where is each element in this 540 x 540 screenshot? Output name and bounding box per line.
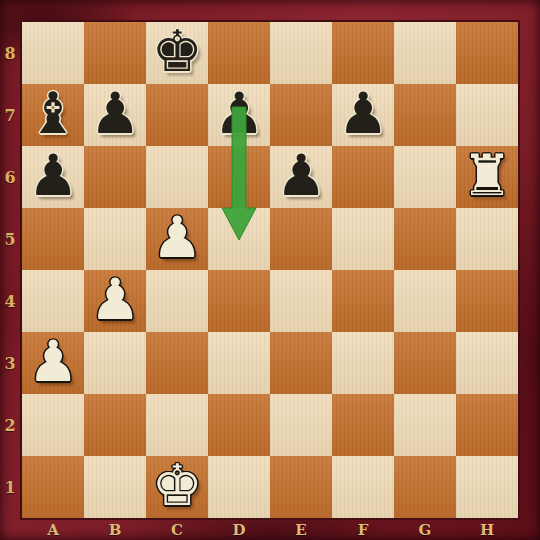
square-c8[interactable]: ♚ [146,22,208,84]
square-c4[interactable] [146,270,208,332]
square-f2[interactable] [332,394,394,456]
rank-label-8: 8 [0,22,20,84]
black-pawn-f7[interactable]: ♟ [332,82,394,144]
white-pawn-b4[interactable]: ♟ [84,268,146,330]
square-g8[interactable] [394,22,456,84]
black-pawn-d7[interactable]: ♟ [208,82,270,144]
square-g3[interactable] [394,332,456,394]
square-f4[interactable] [332,270,394,332]
white-king-c1[interactable]: ♚ [146,454,208,516]
chess-board: ♚♝♟♟♟♟♟♜♟♟♟♚ [22,22,518,518]
square-b2[interactable] [84,394,146,456]
square-h4[interactable] [456,270,518,332]
black-bishop-a7[interactable]: ♝ [22,82,84,144]
square-g2[interactable] [394,394,456,456]
square-e8[interactable] [270,22,332,84]
square-h6[interactable]: ♜ [456,146,518,208]
rank-label-2: 2 [0,394,20,456]
square-d5[interactable] [208,208,270,270]
square-e7[interactable] [270,84,332,146]
rank-label-7: 7 [0,84,20,146]
rank-label-5: 5 [0,208,20,270]
square-g1[interactable] [394,456,456,518]
square-d4[interactable] [208,270,270,332]
square-e1[interactable] [270,456,332,518]
black-pawn-b7[interactable]: ♟ [84,82,146,144]
square-d3[interactable] [208,332,270,394]
black-pawn-e6[interactable]: ♟ [270,144,332,206]
white-rook-h6[interactable]: ♜ [456,144,518,206]
square-h7[interactable] [456,84,518,146]
square-h5[interactable] [456,208,518,270]
white-pawn-c5[interactable]: ♟ [146,206,208,268]
chess-board-frame: ♚♝♟♟♟♟♟♜♟♟♟♚ 87654321ABCDEFGH [0,0,540,540]
square-a7[interactable]: ♝ [22,84,84,146]
file-label-f: F [332,519,394,540]
square-h8[interactable] [456,22,518,84]
square-f5[interactable] [332,208,394,270]
square-e5[interactable] [270,208,332,270]
white-pawn-a3[interactable]: ♟ [22,330,84,392]
square-f6[interactable] [332,146,394,208]
square-c2[interactable] [146,394,208,456]
square-c3[interactable] [146,332,208,394]
square-e6[interactable]: ♟ [270,146,332,208]
square-g4[interactable] [394,270,456,332]
file-label-d: D [208,519,270,540]
black-pawn-a6[interactable]: ♟ [22,144,84,206]
file-label-b: B [84,519,146,540]
square-a2[interactable] [22,394,84,456]
file-label-h: H [456,519,518,540]
square-b3[interactable] [84,332,146,394]
square-d6[interactable] [208,146,270,208]
square-e4[interactable] [270,270,332,332]
rank-label-4: 4 [0,270,20,332]
square-f7[interactable]: ♟ [332,84,394,146]
rank-label-6: 6 [0,146,20,208]
file-label-e: E [270,519,332,540]
square-b6[interactable] [84,146,146,208]
square-a1[interactable] [22,456,84,518]
square-a5[interactable] [22,208,84,270]
square-b4[interactable]: ♟ [84,270,146,332]
square-g7[interactable] [394,84,456,146]
square-h1[interactable] [456,456,518,518]
file-label-g: G [394,519,456,540]
file-label-a: A [22,519,84,540]
square-a8[interactable] [22,22,84,84]
square-e2[interactable] [270,394,332,456]
black-king-c8[interactable]: ♚ [146,20,208,82]
square-c7[interactable] [146,84,208,146]
square-h2[interactable] [456,394,518,456]
chess-board-border: ♚♝♟♟♟♟♟♜♟♟♟♚ [20,20,520,520]
square-c5[interactable]: ♟ [146,208,208,270]
square-b1[interactable] [84,456,146,518]
square-b5[interactable] [84,208,146,270]
square-d8[interactable] [208,22,270,84]
square-f1[interactable] [332,456,394,518]
square-d2[interactable] [208,394,270,456]
rank-label-3: 3 [0,332,20,394]
square-f3[interactable] [332,332,394,394]
square-a6[interactable]: ♟ [22,146,84,208]
square-b8[interactable] [84,22,146,84]
rank-label-1: 1 [0,456,20,518]
square-h3[interactable] [456,332,518,394]
square-e3[interactable] [270,332,332,394]
file-label-c: C [146,519,208,540]
square-b7[interactable]: ♟ [84,84,146,146]
square-a4[interactable] [22,270,84,332]
square-f8[interactable] [332,22,394,84]
square-d1[interactable] [208,456,270,518]
square-g5[interactable] [394,208,456,270]
square-c1[interactable]: ♚ [146,456,208,518]
square-g6[interactable] [394,146,456,208]
square-a3[interactable]: ♟ [22,332,84,394]
square-c6[interactable] [146,146,208,208]
square-d7[interactable]: ♟ [208,84,270,146]
